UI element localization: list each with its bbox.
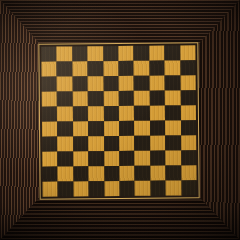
square-r5c1[interactable] bbox=[42, 107, 58, 122]
square-r6c5[interactable] bbox=[104, 121, 120, 136]
square-r10c9[interactable] bbox=[166, 180, 182, 195]
square-r1c6[interactable] bbox=[118, 46, 134, 61]
square-r10c8[interactable] bbox=[150, 181, 166, 196]
square-r6c6[interactable] bbox=[119, 121, 135, 136]
square-r4c7[interactable] bbox=[134, 91, 150, 106]
square-r9c4[interactable] bbox=[89, 166, 105, 181]
square-r1c9[interactable] bbox=[164, 45, 180, 60]
square-r10c10[interactable] bbox=[181, 180, 197, 195]
square-r8c9[interactable] bbox=[165, 150, 181, 165]
square-r2c6[interactable] bbox=[118, 61, 134, 76]
square-r7c6[interactable] bbox=[119, 136, 135, 151]
square-r3c2[interactable] bbox=[57, 76, 73, 91]
square-r3c8[interactable] bbox=[149, 76, 165, 91]
square-r3c1[interactable] bbox=[42, 77, 58, 92]
square-r8c8[interactable] bbox=[150, 151, 166, 166]
square-r10c2[interactable] bbox=[58, 181, 74, 196]
square-r9c10[interactable] bbox=[181, 165, 197, 180]
square-r1c3[interactable] bbox=[72, 46, 88, 61]
square-r8c2[interactable] bbox=[58, 151, 74, 166]
square-r2c7[interactable] bbox=[134, 61, 150, 76]
square-r6c1[interactable] bbox=[42, 122, 58, 137]
square-r2c2[interactable] bbox=[57, 61, 73, 76]
square-r10c3[interactable] bbox=[73, 181, 89, 196]
square-r5c5[interactable] bbox=[103, 106, 119, 121]
square-r2c8[interactable] bbox=[149, 61, 165, 76]
board-string-inlay-border bbox=[38, 42, 199, 199]
square-r4c6[interactable] bbox=[119, 91, 135, 106]
square-r7c8[interactable] bbox=[150, 136, 166, 151]
square-r6c2[interactable] bbox=[57, 121, 73, 136]
square-r4c8[interactable] bbox=[149, 91, 165, 106]
square-r8c3[interactable] bbox=[73, 151, 89, 166]
square-r3c7[interactable] bbox=[134, 76, 150, 91]
square-r9c5[interactable] bbox=[104, 166, 120, 181]
square-r8c6[interactable] bbox=[119, 151, 135, 166]
square-r6c8[interactable] bbox=[150, 121, 166, 136]
square-r2c5[interactable] bbox=[103, 61, 119, 76]
square-r6c3[interactable] bbox=[73, 121, 89, 136]
square-r7c10[interactable] bbox=[181, 135, 197, 150]
square-r4c3[interactable] bbox=[73, 91, 89, 106]
square-r5c9[interactable] bbox=[165, 105, 181, 120]
square-r9c9[interactable] bbox=[166, 165, 182, 180]
square-r9c3[interactable] bbox=[73, 166, 89, 181]
square-r3c4[interactable] bbox=[88, 76, 104, 91]
square-r6c4[interactable] bbox=[88, 121, 104, 136]
square-r1c8[interactable] bbox=[149, 46, 165, 61]
square-r10c1[interactable] bbox=[43, 182, 59, 197]
square-r3c9[interactable] bbox=[165, 75, 181, 90]
square-r8c7[interactable] bbox=[135, 151, 151, 166]
square-r5c4[interactable] bbox=[88, 106, 104, 121]
square-r4c2[interactable] bbox=[57, 91, 73, 106]
square-r9c6[interactable] bbox=[119, 166, 135, 181]
draughts-board bbox=[41, 45, 196, 196]
square-r2c9[interactable] bbox=[165, 60, 181, 75]
square-r4c9[interactable] bbox=[165, 90, 181, 105]
square-r1c1[interactable] bbox=[41, 47, 57, 62]
square-r8c5[interactable] bbox=[104, 151, 120, 166]
square-r1c10[interactable] bbox=[180, 45, 196, 60]
square-r1c7[interactable] bbox=[134, 46, 150, 61]
square-r4c5[interactable] bbox=[103, 91, 119, 106]
square-r7c5[interactable] bbox=[104, 136, 120, 151]
games-table-photo bbox=[0, 0, 240, 240]
square-r8c4[interactable] bbox=[88, 151, 104, 166]
square-r4c4[interactable] bbox=[88, 91, 104, 106]
square-r10c5[interactable] bbox=[104, 181, 120, 196]
square-r4c1[interactable] bbox=[42, 92, 58, 107]
square-r8c1[interactable] bbox=[42, 152, 58, 167]
square-r10c4[interactable] bbox=[89, 181, 105, 196]
square-r7c3[interactable] bbox=[73, 136, 89, 151]
square-r6c10[interactable] bbox=[181, 120, 197, 135]
square-r1c4[interactable] bbox=[88, 46, 104, 61]
square-r1c5[interactable] bbox=[103, 46, 119, 61]
square-r5c7[interactable] bbox=[134, 106, 150, 121]
square-r4c10[interactable] bbox=[180, 90, 196, 105]
square-r2c3[interactable] bbox=[72, 61, 88, 76]
square-r7c7[interactable] bbox=[134, 136, 150, 151]
square-r7c9[interactable] bbox=[165, 135, 181, 150]
square-r6c9[interactable] bbox=[165, 120, 181, 135]
square-r2c4[interactable] bbox=[88, 61, 104, 76]
square-r9c8[interactable] bbox=[150, 166, 166, 181]
square-r5c8[interactable] bbox=[150, 106, 166, 121]
square-r5c2[interactable] bbox=[57, 106, 73, 121]
square-r7c4[interactable] bbox=[88, 136, 104, 151]
square-r2c1[interactable] bbox=[41, 62, 57, 77]
square-r7c2[interactable] bbox=[58, 136, 74, 151]
square-r10c6[interactable] bbox=[119, 181, 135, 196]
square-r3c3[interactable] bbox=[72, 76, 88, 91]
square-r5c6[interactable] bbox=[119, 106, 135, 121]
square-r3c10[interactable] bbox=[180, 75, 196, 90]
square-r1c2[interactable] bbox=[57, 46, 73, 61]
square-r7c1[interactable] bbox=[42, 137, 58, 152]
square-r5c10[interactable] bbox=[180, 105, 196, 120]
square-r6c7[interactable] bbox=[134, 121, 150, 136]
square-r2c10[interactable] bbox=[180, 60, 196, 75]
square-r3c6[interactable] bbox=[119, 76, 135, 91]
square-r3c5[interactable] bbox=[103, 76, 119, 91]
square-r8c10[interactable] bbox=[181, 150, 197, 165]
square-r10c7[interactable] bbox=[135, 181, 151, 196]
square-r5c3[interactable] bbox=[73, 106, 89, 121]
square-r9c2[interactable] bbox=[58, 166, 74, 181]
square-r9c1[interactable] bbox=[42, 167, 58, 182]
square-r9c7[interactable] bbox=[135, 166, 151, 181]
